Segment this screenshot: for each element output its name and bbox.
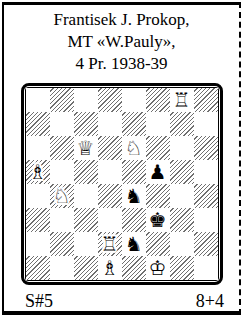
square-h7 xyxy=(194,112,218,136)
title-line-1: Frantisek J. Prokop, xyxy=(4,9,239,31)
square-f4 xyxy=(146,184,170,208)
square-d7 xyxy=(98,112,122,136)
square-h5 xyxy=(194,160,218,184)
square-b7 xyxy=(50,112,74,136)
square-b5 xyxy=(50,160,74,184)
piece-white-king: ♚♔ xyxy=(146,256,170,280)
material-count-label: 8+4 xyxy=(196,290,224,312)
square-f3: ♚ xyxy=(146,208,170,232)
square-h8 xyxy=(194,88,218,112)
square-d5 xyxy=(98,160,122,184)
piece-white-knight: ♞♘ xyxy=(122,136,146,160)
square-g7 xyxy=(170,112,194,136)
square-d1: ♝♗ xyxy=(98,256,122,280)
square-e4: ♞ xyxy=(122,184,146,208)
square-a4 xyxy=(26,184,50,208)
square-d8 xyxy=(98,88,122,112)
square-g1 xyxy=(170,256,194,280)
title-line-2: MT «W.Pauly», xyxy=(4,31,239,53)
square-b6 xyxy=(50,136,74,160)
stipulation-label: S#5 xyxy=(25,290,53,312)
square-c4 xyxy=(74,184,98,208)
square-d3 xyxy=(98,208,122,232)
square-e6: ♞♘ xyxy=(122,136,146,160)
square-a2 xyxy=(26,232,50,256)
piece-white-queen: ♛♕ xyxy=(74,136,98,160)
square-h2 xyxy=(194,232,218,256)
piece-black-knight: ♞ xyxy=(122,184,146,208)
square-f2 xyxy=(146,232,170,256)
square-d6 xyxy=(98,136,122,160)
title-line-3: 4 Pr. 1938-39 xyxy=(4,53,239,75)
square-g5 xyxy=(170,160,194,184)
diagram-card: Frantisek J. Prokop, MT «W.Pauly», 4 Pr.… xyxy=(2,2,241,315)
square-f5: ♟ xyxy=(146,160,170,184)
square-e7 xyxy=(122,112,146,136)
square-e2: ♞ xyxy=(122,232,146,256)
square-h4 xyxy=(194,184,218,208)
diagram-page: Frantisek J. Prokop, MT «W.Pauly», 4 Pr.… xyxy=(0,0,247,318)
square-h6 xyxy=(194,136,218,160)
square-b1 xyxy=(50,256,74,280)
square-c1 xyxy=(74,256,98,280)
square-g6 xyxy=(170,136,194,160)
square-e1 xyxy=(122,256,146,280)
square-c6: ♛♕ xyxy=(74,136,98,160)
square-a5: ♝♗ xyxy=(26,160,50,184)
square-e8 xyxy=(122,88,146,112)
square-e3 xyxy=(122,208,146,232)
square-b3 xyxy=(50,208,74,232)
problem-title: Frantisek J. Prokop, MT «W.Pauly», 4 Pr.… xyxy=(4,9,239,75)
square-f6 xyxy=(146,136,170,160)
piece-black-king: ♚ xyxy=(146,208,170,232)
square-e5 xyxy=(122,160,146,184)
square-b8 xyxy=(50,88,74,112)
square-g4 xyxy=(170,184,194,208)
piece-black-knight: ♞ xyxy=(122,232,146,256)
square-g3 xyxy=(170,208,194,232)
square-a3 xyxy=(26,208,50,232)
piece-white-knight: ♞♘ xyxy=(50,184,74,208)
piece-white-rook: ♜♖ xyxy=(170,88,194,112)
square-h1 xyxy=(194,256,218,280)
square-d4 xyxy=(98,184,122,208)
square-c5 xyxy=(74,160,98,184)
board-grid: ♜♖♛♕♞♘♝♗♟♞♘♞♚♜♖♞♝♗♚♔ xyxy=(26,88,218,280)
piece-white-bishop: ♝♗ xyxy=(98,256,122,280)
square-b2 xyxy=(50,232,74,256)
piece-white-rook: ♜♖ xyxy=(98,232,122,256)
square-a8 xyxy=(26,88,50,112)
square-g2 xyxy=(170,232,194,256)
square-h3 xyxy=(194,208,218,232)
square-c3 xyxy=(74,208,98,232)
piece-black-pawn: ♟ xyxy=(146,160,170,184)
chessboard-frame: ♜♖♛♕♞♘♝♗♟♞♘♞♚♜♖♞♝♗♚♔ xyxy=(21,83,223,285)
square-a1 xyxy=(26,256,50,280)
square-f7 xyxy=(146,112,170,136)
square-d2: ♜♖ xyxy=(98,232,122,256)
square-c2 xyxy=(74,232,98,256)
chessboard: ♜♖♛♕♞♘♝♗♟♞♘♞♚♜♖♞♝♗♚♔ xyxy=(25,87,219,281)
caption-row: S#5 8+4 xyxy=(4,290,239,312)
square-f1: ♚♔ xyxy=(146,256,170,280)
square-b4: ♞♘ xyxy=(50,184,74,208)
piece-white-bishop: ♝♗ xyxy=(26,160,50,184)
square-a6 xyxy=(26,136,50,160)
square-f8 xyxy=(146,88,170,112)
square-a7 xyxy=(26,112,50,136)
square-c7 xyxy=(74,112,98,136)
square-c8 xyxy=(74,88,98,112)
square-g8: ♜♖ xyxy=(170,88,194,112)
